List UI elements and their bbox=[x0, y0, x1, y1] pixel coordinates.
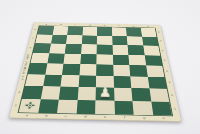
square-h3[interactable] bbox=[147, 76, 166, 88]
square-f4[interactable] bbox=[113, 65, 130, 76]
square-b8[interactable] bbox=[52, 26, 68, 35]
photo-background: abcdefgh abcdefgh 87654321 87654321 © WH… bbox=[0, 0, 200, 134]
square-c4[interactable] bbox=[62, 64, 80, 75]
square-a1[interactable] bbox=[19, 99, 41, 113]
square-b6[interactable] bbox=[49, 44, 66, 54]
square-c6[interactable] bbox=[65, 44, 82, 54]
square-g1[interactable] bbox=[132, 101, 152, 115]
square-c7[interactable] bbox=[66, 35, 82, 44]
square-f8[interactable] bbox=[112, 27, 127, 36]
square-f2[interactable] bbox=[114, 88, 133, 101]
square-d6[interactable] bbox=[81, 44, 97, 54]
square-c2[interactable] bbox=[59, 87, 78, 100]
square-e1[interactable] bbox=[95, 100, 114, 114]
square-h7[interactable] bbox=[142, 36, 159, 45]
square-d2[interactable] bbox=[77, 87, 96, 100]
square-h1[interactable] bbox=[151, 101, 172, 115]
file-label: a bbox=[16, 112, 37, 118]
square-d7[interactable] bbox=[81, 35, 97, 44]
square-e8[interactable] bbox=[97, 27, 112, 36]
vinyl-mat: abcdefgh abcdefgh 87654321 87654321 © WH… bbox=[9, 22, 181, 121]
square-e4[interactable] bbox=[96, 64, 113, 75]
square-f6[interactable] bbox=[112, 45, 128, 55]
square-g8[interactable] bbox=[126, 28, 142, 37]
white-pawn[interactable]: ♟ bbox=[98, 85, 111, 99]
square-e2[interactable]: ♟ bbox=[96, 87, 114, 100]
square-g7[interactable] bbox=[127, 36, 143, 45]
square-e6[interactable] bbox=[97, 44, 113, 54]
square-a4[interactable] bbox=[28, 63, 47, 74]
square-h8[interactable] bbox=[140, 28, 156, 37]
square-h5[interactable] bbox=[144, 55, 162, 66]
square-g6[interactable] bbox=[128, 45, 145, 55]
chessboard: abcdefgh abcdefgh 87654321 87654321 © WH… bbox=[9, 0, 185, 122]
square-c8[interactable] bbox=[67, 26, 83, 35]
square-d1[interactable] bbox=[76, 100, 95, 114]
square-b5[interactable] bbox=[47, 53, 65, 64]
square-e7[interactable] bbox=[97, 35, 112, 44]
square-b7[interactable] bbox=[51, 35, 68, 44]
square-b1[interactable] bbox=[38, 99, 59, 113]
square-b3[interactable] bbox=[43, 74, 62, 86]
square-e5[interactable] bbox=[96, 54, 112, 65]
square-c1[interactable] bbox=[57, 99, 77, 113]
square-h2[interactable] bbox=[149, 88, 169, 101]
square-h4[interactable] bbox=[146, 65, 165, 76]
square-h6[interactable] bbox=[143, 45, 160, 55]
square-a3[interactable] bbox=[25, 74, 45, 86]
square-g4[interactable] bbox=[129, 65, 147, 76]
square-d3[interactable] bbox=[78, 75, 96, 87]
square-f3[interactable] bbox=[113, 76, 131, 88]
square-b4[interactable] bbox=[45, 63, 63, 74]
square-f1[interactable] bbox=[114, 100, 134, 114]
square-c3[interactable] bbox=[60, 75, 79, 87]
square-d4[interactable] bbox=[79, 64, 96, 75]
square-d8[interactable] bbox=[82, 27, 97, 36]
square-b2[interactable] bbox=[40, 86, 60, 99]
square-g2[interactable] bbox=[131, 88, 151, 101]
square-g3[interactable] bbox=[130, 76, 149, 88]
square-f5[interactable] bbox=[112, 54, 129, 65]
board-grid: ♟ bbox=[17, 25, 173, 116]
board-margin: abcdefgh abcdefgh 87654321 87654321 © WH… bbox=[9, 22, 181, 121]
square-f7[interactable] bbox=[112, 36, 128, 45]
square-d5[interactable] bbox=[80, 54, 97, 65]
square-c5[interactable] bbox=[63, 53, 80, 64]
square-g5[interactable] bbox=[128, 55, 145, 66]
brand-compass-logo-icon bbox=[19, 99, 41, 113]
